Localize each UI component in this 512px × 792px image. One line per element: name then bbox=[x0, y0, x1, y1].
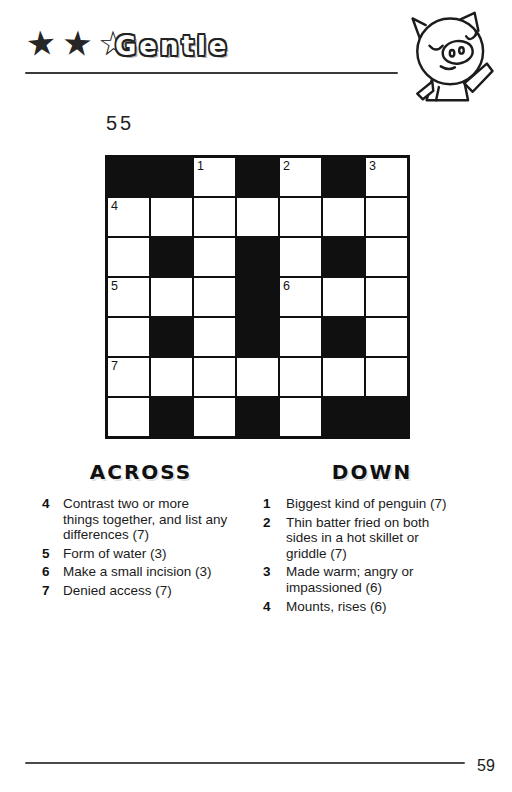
grid-cell-r7c1[interactable] bbox=[108, 398, 149, 436]
grid-cell-r7c5[interactable] bbox=[280, 398, 321, 436]
grid-cell-r5c4 bbox=[237, 318, 278, 356]
cell-number: 5 bbox=[111, 279, 118, 293]
grid-cell-r2c2[interactable] bbox=[151, 198, 192, 236]
grid-cell-r7c6 bbox=[323, 398, 364, 436]
grid-cell-r3c1[interactable] bbox=[108, 238, 149, 276]
grid-cell-r6c1[interactable]: 7 bbox=[108, 358, 149, 396]
grid-cell-r3c4 bbox=[237, 238, 278, 276]
difficulty-label: Gentle bbox=[115, 31, 229, 61]
grid-cell-r1c3[interactable]: 1 bbox=[194, 158, 235, 196]
grid-cell-r3c5[interactable] bbox=[280, 238, 321, 276]
clue-number: 1 bbox=[263, 496, 286, 512]
down-heading: DOWN bbox=[263, 460, 481, 484]
cell-number: 4 bbox=[111, 199, 118, 213]
clue-number: 6 bbox=[42, 564, 63, 580]
cell-number: 6 bbox=[283, 279, 290, 293]
cell-number: 1 bbox=[197, 159, 204, 173]
grid-cell-r5c5[interactable] bbox=[280, 318, 321, 356]
clue-text: Form of water (3) bbox=[63, 546, 167, 562]
grid-cell-r6c2[interactable] bbox=[151, 358, 192, 396]
grid-cell-r4c1[interactable]: 5 bbox=[108, 278, 149, 316]
grid-cell-r4c7[interactable] bbox=[366, 278, 407, 316]
grid-cell-r1c5[interactable]: 2 bbox=[280, 158, 321, 196]
page-number: 59 bbox=[477, 757, 495, 775]
clue-number: 4 bbox=[263, 599, 286, 615]
grid-cell-r5c2 bbox=[151, 318, 192, 356]
grid-cell-r5c7[interactable] bbox=[366, 318, 407, 356]
clue-across-6: 6 Make a small incision (3) bbox=[42, 564, 240, 580]
grid-cell-r7c2 bbox=[151, 398, 192, 436]
grid-cell-r5c3[interactable] bbox=[194, 318, 235, 356]
grid-cell-r6c3[interactable] bbox=[194, 358, 235, 396]
clue-across-4: 4 Contrast two or more things together, … bbox=[42, 496, 240, 543]
grid-cell-r1c1 bbox=[108, 158, 149, 196]
cell-number: 2 bbox=[283, 159, 290, 173]
footer-divider bbox=[25, 762, 465, 764]
clue-across-5: 5 Form of water (3) bbox=[42, 546, 240, 562]
grid-cell-r2c3[interactable] bbox=[194, 198, 235, 236]
grid-cell-r3c6 bbox=[323, 238, 364, 276]
grid-cell-r7c7 bbox=[366, 398, 407, 436]
clue-text: Mounts, rises (6) bbox=[286, 599, 387, 615]
clue-text: Make a small incision (3) bbox=[63, 564, 212, 580]
down-clues-section: DOWN 1 Biggest kind of penguin (7) 2 Thi… bbox=[263, 460, 481, 617]
grid-cell-r1c2 bbox=[151, 158, 192, 196]
clue-number: 2 bbox=[263, 515, 286, 562]
grid-cell-r3c3[interactable] bbox=[194, 238, 235, 276]
clue-number: 3 bbox=[263, 564, 286, 595]
puzzle-book-page: ★ ★ ☆ Gentle 55 1234567 ACROSS 4 Contras… bbox=[0, 0, 512, 792]
difficulty-stars: ★ ★ ☆ bbox=[26, 26, 126, 60]
cell-number: 3 bbox=[369, 159, 376, 173]
grid-cell-r3c2 bbox=[151, 238, 192, 276]
grid-cell-r5c1[interactable] bbox=[108, 318, 149, 356]
clue-across-7: 7 Denied access (7) bbox=[42, 583, 240, 599]
grid-cell-r3c7[interactable] bbox=[366, 238, 407, 276]
clue-text: Made warm; angry or impassioned (6) bbox=[286, 564, 414, 595]
clue-number: 5 bbox=[42, 546, 63, 562]
clue-number: 4 bbox=[42, 496, 63, 543]
grid-cell-r4c6[interactable] bbox=[323, 278, 364, 316]
clue-down-2: 2 Thin batter fried on both sides in a h… bbox=[263, 515, 481, 562]
clue-text: Contrast two or more things together, an… bbox=[63, 496, 227, 543]
across-heading: ACROSS bbox=[42, 460, 240, 484]
grid-cell-r6c6[interactable] bbox=[323, 358, 364, 396]
header-divider bbox=[25, 72, 398, 74]
pig-mascot-illustration bbox=[401, 10, 505, 104]
cell-number: 7 bbox=[111, 359, 118, 373]
grid-cell-r5c6 bbox=[323, 318, 364, 356]
grid-cell-r1c6 bbox=[323, 158, 364, 196]
grid-cell-r2c7[interactable] bbox=[366, 198, 407, 236]
grid-cell-r2c6[interactable] bbox=[323, 198, 364, 236]
clue-down-4: 4 Mounts, rises (6) bbox=[263, 599, 481, 615]
grid-cell-r4c5[interactable]: 6 bbox=[280, 278, 321, 316]
star-filled-icon: ★ bbox=[61, 25, 91, 60]
puzzle-number: 55 bbox=[106, 112, 134, 135]
grid-cell-r1c7[interactable]: 3 bbox=[366, 158, 407, 196]
crossword-grid: 1234567 bbox=[105, 155, 410, 439]
grid-cell-r2c4[interactable] bbox=[237, 198, 278, 236]
grid-cell-r1c4 bbox=[237, 158, 278, 196]
clue-text: Biggest kind of penguin (7) bbox=[286, 496, 447, 512]
grid-cell-r4c2[interactable] bbox=[151, 278, 192, 316]
grid-cell-r6c5[interactable] bbox=[280, 358, 321, 396]
grid-cell-r6c7[interactable] bbox=[366, 358, 407, 396]
clue-text: Denied access (7) bbox=[63, 583, 172, 599]
across-clues-section: ACROSS 4 Contrast two or more things tog… bbox=[42, 460, 240, 602]
clue-down-1: 1 Biggest kind of penguin (7) bbox=[263, 496, 481, 512]
star-filled-icon: ★ bbox=[25, 25, 56, 61]
grid-cell-r7c4 bbox=[237, 398, 278, 436]
grid-cell-r7c3[interactable] bbox=[194, 398, 235, 436]
grid-cell-r2c1[interactable]: 4 bbox=[108, 198, 149, 236]
grid-cell-r6c4[interactable] bbox=[237, 358, 278, 396]
clue-down-3: 3 Made warm; angry or impassioned (6) bbox=[263, 564, 481, 595]
grid-cell-r2c5[interactable] bbox=[280, 198, 321, 236]
grid-cell-r4c3[interactable] bbox=[194, 278, 235, 316]
grid-cell-r4c4 bbox=[237, 278, 278, 316]
clue-number: 7 bbox=[42, 583, 63, 599]
clue-text: Thin batter fried on both sides in a hot… bbox=[286, 515, 429, 562]
